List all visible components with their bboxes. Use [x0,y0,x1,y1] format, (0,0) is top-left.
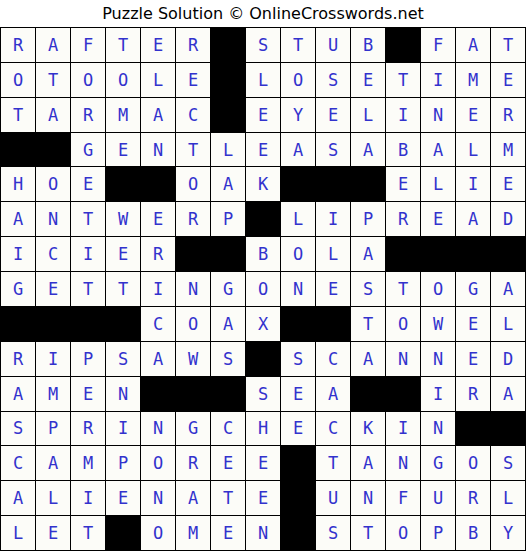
letter-cell-r15c15: Y [491,516,525,550]
letter-cell-r3c4: M [106,98,140,132]
letter-cell-r2c12: T [386,63,420,97]
letter-cell-r15c5: O [141,516,175,550]
letter-cell-r3c14: E [456,98,490,132]
block-cell-r14c9 [281,481,315,515]
letter-cell-r14c13: U [421,481,455,515]
block-cell-r5c4 [106,167,140,201]
letter-cell-r4c5: N [141,133,175,167]
letter-cell-r4c13: A [421,133,455,167]
letter-cell-r3c10: E [316,98,350,132]
letter-cell-r4c15: M [491,133,525,167]
letter-cell-r12c8: H [246,412,280,446]
letter-cell-r2c13: I [421,63,455,97]
block-cell-r9c2 [36,307,70,341]
block-cell-r7c15 [491,237,525,271]
letter-cell-r14c1: A [1,481,35,515]
letter-cell-r5c3: E [71,167,105,201]
letter-cell-r15c10: S [316,516,350,550]
letter-cell-r9c7: A [211,307,245,341]
letter-cell-r9c12: O [386,307,420,341]
letter-cell-r13c2: A [36,446,70,480]
letter-cell-r2c4: O [106,63,140,97]
letter-cell-r6c9: L [281,202,315,236]
letter-cell-r5c7: A [211,167,245,201]
letter-cell-r3c6: C [176,98,210,132]
letter-cell-r8c6: N [176,272,210,306]
letter-cell-r1c1: R [1,28,35,62]
letter-cell-r12c1: S [1,412,35,446]
letter-cell-r15c1: L [1,516,35,550]
block-cell-r6c8 [246,202,280,236]
letter-cell-r8c14: G [456,272,490,306]
letter-cell-r13c13: G [421,446,455,480]
letter-cell-r13c8: E [246,446,280,480]
letter-cell-r14c6: A [176,481,210,515]
letter-cell-r2c2: T [36,63,70,97]
letter-cell-r8c3: T [71,272,105,306]
letter-cell-r10c3: P [71,342,105,376]
letter-cell-r11c1: A [1,377,35,411]
letter-cell-r7c11: A [351,237,385,271]
letter-cell-r14c11: N [351,481,385,515]
letter-cell-r11c8: S [246,377,280,411]
letter-cell-r9c6: O [176,307,210,341]
block-cell-r9c10 [316,307,350,341]
letter-cell-r8c9: N [281,272,315,306]
block-cell-r15c4 [106,516,140,550]
letter-cell-r1c13: F [421,28,455,62]
letter-cell-r9c14: E [456,307,490,341]
letter-cell-r12c2: P [36,412,70,446]
letter-cell-r14c5: N [141,481,175,515]
letter-cell-r10c9: S [281,342,315,376]
letter-cell-r3c15: R [491,98,525,132]
letter-cell-r8c4: T [106,272,140,306]
letter-cell-r5c15: E [491,167,525,201]
letter-cell-r12c9: E [281,412,315,446]
letter-cell-r7c4: E [106,237,140,271]
block-cell-r10c8 [246,342,280,376]
letter-cell-r13c1: C [1,446,35,480]
letter-cell-r13c14: O [456,446,490,480]
letter-cell-r2c3: O [71,63,105,97]
letter-cell-r12c3: R [71,412,105,446]
letter-cell-r6c10: I [316,202,350,236]
letter-cell-r14c2: L [36,481,70,515]
letter-cell-r2c14: M [456,63,490,97]
letter-cell-r1c3: F [71,28,105,62]
letter-cell-r2c11: E [351,63,385,97]
letter-cell-r4c10: S [316,133,350,167]
letter-cell-r13c7: E [211,446,245,480]
letter-cell-r6c14: A [456,202,490,236]
letter-cell-r4c14: L [456,133,490,167]
letter-cell-r12c7: C [211,412,245,446]
letter-cell-r9c15: L [491,307,525,341]
letter-cell-r12c11: K [351,412,385,446]
letter-cell-r3c8: E [246,98,280,132]
letter-cell-r13c3: M [71,446,105,480]
letter-cell-r6c4: W [106,202,140,236]
letter-cell-r1c11: B [351,28,385,62]
letter-cell-r1c10: U [316,28,350,62]
letter-cell-r6c1: A [1,202,35,236]
letter-cell-r14c7: T [211,481,245,515]
letter-cell-r5c2: O [36,167,70,201]
letter-cell-r10c10: C [316,342,350,376]
block-cell-r1c7 [211,28,245,62]
block-cell-r5c9 [281,167,315,201]
crossword-grid: RAFTERSTUBFATOTOOLELOSETIMETARMACEYELINE… [0,27,526,551]
letter-cell-r12c12: I [386,412,420,446]
letter-cell-r6c15: D [491,202,525,236]
letter-cell-r12c13: N [421,412,455,446]
letter-cell-r10c1: R [1,342,35,376]
block-cell-r9c9 [281,307,315,341]
letter-cell-r14c3: I [71,481,105,515]
letter-cell-r6c11: P [351,202,385,236]
block-cell-r12c14 [456,412,490,446]
block-cell-r5c10 [316,167,350,201]
letter-cell-r11c3: E [71,377,105,411]
letter-cell-r8c13: O [421,272,455,306]
letter-cell-r15c2: E [36,516,70,550]
letter-cell-r8c8: O [246,272,280,306]
letter-cell-r4c8: E [246,133,280,167]
letter-cell-r7c1: I [1,237,35,271]
block-cell-r7c7 [211,237,245,271]
letter-cell-r15c7: E [211,516,245,550]
letter-cell-r3c3: R [71,98,105,132]
letter-cell-r7c10: L [316,237,350,271]
letter-cell-r11c14: R [456,377,490,411]
letter-cell-r15c12: O [386,516,420,550]
letter-cell-r11c2: M [36,377,70,411]
letter-cell-r3c2: A [36,98,70,132]
letter-cell-r1c2: A [36,28,70,62]
letter-cell-r12c4: I [106,412,140,446]
block-cell-r7c14 [456,237,490,271]
puzzle-title: Puzzle Solution © OnlineCrosswords.net [0,0,526,27]
puzzle-solution-page: Puzzle Solution © OnlineCrosswords.net R… [0,0,526,551]
letter-cell-r2c5: L [141,63,175,97]
letter-cell-r1c14: A [456,28,490,62]
letter-cell-r4c3: G [71,133,105,167]
letter-cell-r7c2: C [36,237,70,271]
block-cell-r1c12 [386,28,420,62]
letter-cell-r6c5: E [141,202,175,236]
letter-cell-r6c13: E [421,202,455,236]
block-cell-r12c15 [491,412,525,446]
letter-cell-r6c2: N [36,202,70,236]
letter-cell-r4c6: T [176,133,210,167]
block-cell-r5c11 [351,167,385,201]
letter-cell-r9c13: W [421,307,455,341]
letter-cell-r7c3: I [71,237,105,271]
letter-cell-r12c6: G [176,412,210,446]
block-cell-r7c12 [386,237,420,271]
letter-cell-r3c9: Y [281,98,315,132]
letter-cell-r15c6: M [176,516,210,550]
letter-cell-r15c13: P [421,516,455,550]
letter-cell-r13c11: A [351,446,385,480]
letter-cell-r5c12: E [386,167,420,201]
letter-cell-r7c8: B [246,237,280,271]
block-cell-r9c4 [106,307,140,341]
letter-cell-r3c1: T [1,98,35,132]
letter-cell-r2c9: O [281,63,315,97]
block-cell-r9c1 [1,307,35,341]
letter-cell-r10c4: S [106,342,140,376]
block-cell-r4c1 [1,133,35,167]
letter-cell-r6c6: R [176,202,210,236]
letter-cell-r4c4: E [106,133,140,167]
letter-cell-r10c2: I [36,342,70,376]
block-cell-r2c7 [211,63,245,97]
letter-cell-r5c1: H [1,167,35,201]
block-cell-r7c13 [421,237,455,271]
letter-cell-r15c14: B [456,516,490,550]
letter-cell-r14c14: R [456,481,490,515]
letter-cell-r3c11: L [351,98,385,132]
letter-cell-r14c4: E [106,481,140,515]
letter-cell-r1c15: T [491,28,525,62]
letter-cell-r13c6: R [176,446,210,480]
letter-cell-r8c10: E [316,272,350,306]
letter-cell-r1c4: T [106,28,140,62]
letter-cell-r11c15: A [491,377,525,411]
letter-cell-r8c15: A [491,272,525,306]
letter-cell-r8c12: T [386,272,420,306]
block-cell-r3c7 [211,98,245,132]
block-cell-r4c2 [36,133,70,167]
letter-cell-r15c8: N [246,516,280,550]
letter-cell-r11c9: E [281,377,315,411]
block-cell-r11c12 [386,377,420,411]
letter-cell-r9c11: T [351,307,385,341]
letter-cell-r11c4: N [106,377,140,411]
letter-cell-r11c13: I [421,377,455,411]
letter-cell-r13c12: N [386,446,420,480]
letter-cell-r10c14: E [456,342,490,376]
letter-cell-r1c6: R [176,28,210,62]
letter-cell-r4c9: A [281,133,315,167]
letter-cell-r3c5: A [141,98,175,132]
letter-cell-r1c8: S [246,28,280,62]
letter-cell-r2c15: E [491,63,525,97]
letter-cell-r2c6: E [176,63,210,97]
letter-cell-r9c5: C [141,307,175,341]
letter-cell-r8c7: G [211,272,245,306]
letter-cell-r11c10: A [316,377,350,411]
letter-cell-r10c5: A [141,342,175,376]
letter-cell-r8c11: S [351,272,385,306]
letter-cell-r7c9: O [281,237,315,271]
letter-cell-r3c13: N [421,98,455,132]
letter-cell-r4c7: L [211,133,245,167]
letter-cell-r4c12: B [386,133,420,167]
letter-cell-r8c1: G [1,272,35,306]
letter-cell-r10c6: W [176,342,210,376]
block-cell-r13c9 [281,446,315,480]
letter-cell-r13c4: P [106,446,140,480]
letter-cell-r1c9: T [281,28,315,62]
letter-cell-r10c12: N [386,342,420,376]
letter-cell-r5c6: O [176,167,210,201]
block-cell-r11c11 [351,377,385,411]
block-cell-r5c5 [141,167,175,201]
block-cell-r15c9 [281,516,315,550]
letter-cell-r15c11: T [351,516,385,550]
letter-cell-r7c5: R [141,237,175,271]
letter-cell-r8c5: I [141,272,175,306]
letter-cell-r14c10: U [316,481,350,515]
letter-cell-r3c12: I [386,98,420,132]
block-cell-r11c5 [141,377,175,411]
letter-cell-r10c7: S [211,342,245,376]
block-cell-r11c6 [176,377,210,411]
block-cell-r7c6 [176,237,210,271]
letter-cell-r12c5: N [141,412,175,446]
letter-cell-r14c15: L [491,481,525,515]
letter-cell-r5c13: L [421,167,455,201]
letter-cell-r10c11: A [351,342,385,376]
letter-cell-r13c5: O [141,446,175,480]
letter-cell-r2c10: S [316,63,350,97]
block-cell-r11c7 [211,377,245,411]
letter-cell-r13c15: S [491,446,525,480]
letter-cell-r10c15: D [491,342,525,376]
letter-cell-r15c3: T [71,516,105,550]
letter-cell-r8c2: E [36,272,70,306]
letter-cell-r4c11: A [351,133,385,167]
letter-cell-r13c10: T [316,446,350,480]
letter-cell-r2c8: L [246,63,280,97]
letter-cell-r12c10: C [316,412,350,446]
letter-cell-r14c12: F [386,481,420,515]
letter-cell-r14c8: E [246,481,280,515]
letter-cell-r10c13: N [421,342,455,376]
letter-cell-r9c8: X [246,307,280,341]
letter-cell-r1c5: E [141,28,175,62]
letter-cell-r6c12: R [386,202,420,236]
letter-cell-r6c7: P [211,202,245,236]
letter-cell-r5c8: K [246,167,280,201]
letter-cell-r5c14: I [456,167,490,201]
letter-cell-r6c3: T [71,202,105,236]
letter-cell-r2c1: O [1,63,35,97]
block-cell-r9c3 [71,307,105,341]
